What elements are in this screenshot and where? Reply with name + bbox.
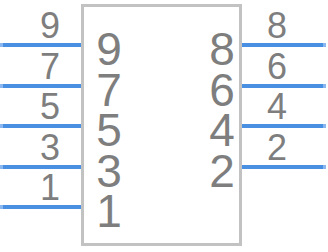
pin-1-outside-label: 1 xyxy=(40,170,60,206)
pin-8-outside-label: 8 xyxy=(267,8,287,44)
pin-2-outside-label: 2 xyxy=(267,130,287,166)
pin-5-outside-label: 5 xyxy=(40,89,60,125)
pin-2-inside-label: 2 xyxy=(209,148,235,194)
pin-3-outside-label: 3 xyxy=(40,130,60,166)
pin-4-outside-label: 4 xyxy=(267,89,287,125)
pin-7-outside-label: 7 xyxy=(40,49,60,85)
pin-9-outside-label: 9 xyxy=(40,8,60,44)
pin-6-outside-label: 6 xyxy=(267,49,287,85)
pin-1-inside-label: 1 xyxy=(96,188,122,234)
schematic-canvas: 9 9 7 7 5 5 3 3 1 1 8 8 6 6 4 4 2 2 xyxy=(0,0,328,252)
